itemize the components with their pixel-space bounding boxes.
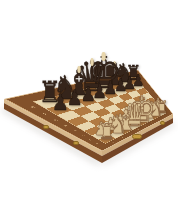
piece-white-rook-a1: ♜ <box>98 121 116 143</box>
pieces-layer: ♜♞♝♛♚♝♞♜♟♟♟♟♟♟♟♟♟♟♟♟♟♟♟♟♜♞♝♛♚♝♞♜ <box>0 0 178 222</box>
chess-set-photo: 87654321 abcdefgh ♜♞♝♛♚♝♞♜♟♟♟♟♟♟♟♟♟♟♟♟♟♟… <box>0 0 178 222</box>
piece-black-pawn-a7: ♟ <box>50 91 69 114</box>
